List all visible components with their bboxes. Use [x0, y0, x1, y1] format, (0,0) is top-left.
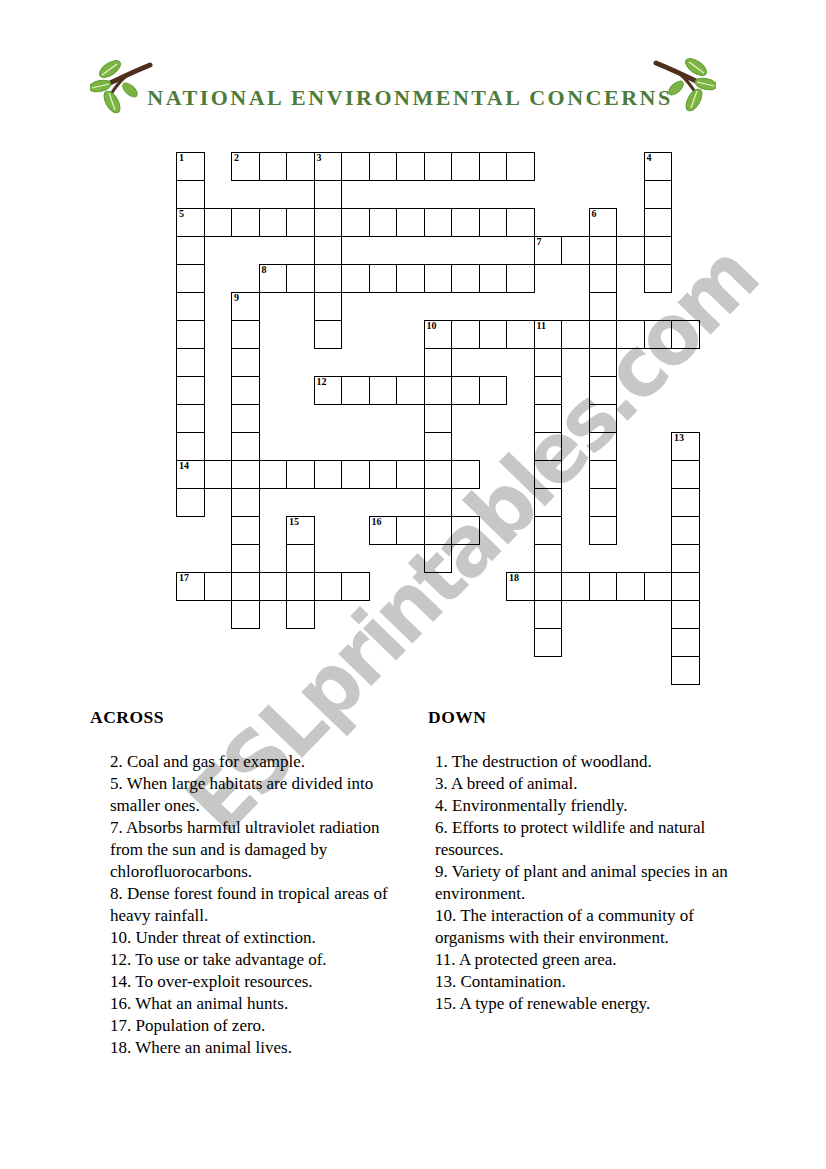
grid-cell[interactable]: 4 [644, 152, 673, 181]
clue-number: 13 [674, 432, 684, 443]
grid-cell[interactable] [589, 264, 618, 293]
clue-item: 3. A breed of animal. [435, 773, 758, 795]
grid-cell[interactable] [644, 320, 673, 349]
grid-cell[interactable] [424, 404, 453, 433]
grid-cell[interactable] [286, 544, 315, 573]
grid-cell[interactable]: 17 [176, 572, 205, 601]
grid-cell[interactable] [231, 572, 260, 601]
grid-cell[interactable]: 5 [176, 208, 205, 237]
clue-item: 10. The interaction of a community of or… [435, 905, 758, 949]
clue-number: 16 [372, 516, 382, 527]
page-title: NATIONAL ENVIRONMENTAL CONCERNS [100, 85, 720, 111]
clue-number: 4 [647, 152, 652, 163]
clue-number: 2 [234, 152, 239, 163]
grid-cell[interactable] [369, 208, 398, 237]
down-clues-section: DOWN 1. The destruction of woodland.3. A… [428, 706, 758, 1015]
grid-cell[interactable] [589, 348, 618, 377]
grid-cell[interactable]: 9 [231, 292, 260, 321]
grid-cell[interactable] [176, 264, 205, 293]
grid-cell[interactable] [396, 264, 425, 293]
grid-cell[interactable] [176, 432, 205, 461]
grid-cell[interactable] [589, 432, 618, 461]
crossword-grid: 123456789101112131415161718 [176, 152, 700, 686]
clue-number: 18 [509, 572, 519, 583]
grid-cell[interactable] [286, 600, 315, 629]
grid-cell[interactable] [671, 544, 700, 573]
grid-cell[interactable] [341, 572, 370, 601]
grid-cell[interactable] [259, 460, 288, 489]
grid-cell[interactable]: 8 [259, 264, 288, 293]
grid-cell[interactable] [424, 432, 453, 461]
grid-cell[interactable] [424, 460, 453, 489]
grid-cell[interactable] [231, 600, 260, 629]
clue-item: 10. Under threat of extinction. [110, 927, 416, 949]
grid-cell[interactable]: 10 [424, 320, 453, 349]
grid-cell[interactable] [176, 320, 205, 349]
grid-cell[interactable] [534, 572, 563, 601]
grid-cell[interactable] [424, 516, 453, 545]
grid-cell[interactable] [231, 460, 260, 489]
clue-number: 5 [179, 208, 184, 219]
grid-cell[interactable] [451, 460, 480, 489]
grid-cell[interactable] [479, 264, 508, 293]
across-clue-list: 2. Coal and gas for example.5. When larg… [90, 751, 416, 1059]
grid-cell[interactable] [534, 600, 563, 629]
clue-item: 13. Contamination. [435, 971, 758, 993]
grid-cell[interactable] [286, 264, 315, 293]
grid-cell[interactable] [534, 432, 563, 461]
grid-cell[interactable] [561, 320, 590, 349]
clue-number: 6 [592, 208, 597, 219]
clue-item: 8. Dense forest found in tropical areas … [110, 883, 416, 927]
grid-cell[interactable] [314, 292, 343, 321]
grid-cell[interactable]: 6 [589, 208, 618, 237]
grid-cell[interactable] [589, 236, 618, 265]
grid-cell[interactable] [644, 208, 673, 237]
grid-cell[interactable] [671, 488, 700, 517]
clue-number: 10 [427, 320, 437, 331]
branch-leaves-icon-right [652, 55, 716, 115]
grid-cell[interactable] [176, 488, 205, 517]
grid-cell[interactable] [644, 180, 673, 209]
grid-cell[interactable] [231, 432, 260, 461]
grid-cell[interactable] [479, 376, 508, 405]
grid-cell[interactable] [534, 348, 563, 377]
grid-cell[interactable] [506, 152, 535, 181]
grid-cell[interactable] [561, 236, 590, 265]
grid-cell[interactable] [176, 348, 205, 377]
grid-cell[interactable] [534, 376, 563, 405]
grid-cell[interactable]: 18 [506, 572, 535, 601]
clue-number: 15 [289, 516, 299, 527]
grid-cell[interactable] [341, 152, 370, 181]
clue-item: 12. To use or take advantage of. [110, 949, 416, 971]
grid-cell[interactable] [671, 628, 700, 657]
grid-cell[interactable]: 3 [314, 152, 343, 181]
grid-cell[interactable] [589, 488, 618, 517]
grid-cell[interactable] [589, 460, 618, 489]
clue-number: 12 [317, 376, 327, 387]
grid-cell[interactable] [204, 572, 233, 601]
grid-cell[interactable]: 12 [314, 376, 343, 405]
grid-cell[interactable] [644, 572, 673, 601]
grid-cell[interactable] [231, 488, 260, 517]
grid-cell[interactable] [506, 208, 535, 237]
grid-cell[interactable] [644, 236, 673, 265]
grid-cell[interactable] [424, 264, 453, 293]
grid-cell[interactable] [314, 208, 343, 237]
grid-cell[interactable]: 11 [534, 320, 563, 349]
grid-cell[interactable] [231, 208, 260, 237]
grid-cell[interactable] [176, 236, 205, 265]
clue-item: 4. Environmentally friendly. [435, 795, 758, 817]
grid-cell[interactable] [561, 572, 590, 601]
grid-cell[interactable] [424, 208, 453, 237]
clue-number: 7 [537, 236, 542, 247]
grid-cell[interactable] [314, 460, 343, 489]
grid-cell[interactable] [396, 460, 425, 489]
grid-cell[interactable] [671, 320, 700, 349]
clue-number: 9 [234, 292, 239, 303]
grid-cell[interactable] [534, 404, 563, 433]
grid-cell[interactable] [259, 152, 288, 181]
grid-cell[interactable] [369, 460, 398, 489]
grid-cell[interactable] [616, 236, 645, 265]
grid-cell[interactable] [451, 152, 480, 181]
grid-cell[interactable] [369, 152, 398, 181]
grid-cell[interactable] [671, 516, 700, 545]
grid-cell[interactable] [396, 516, 425, 545]
grid-cell[interactable] [231, 544, 260, 573]
grid-cell[interactable] [341, 376, 370, 405]
grid-cell[interactable] [644, 264, 673, 293]
grid-cell[interactable] [424, 152, 453, 181]
clue-item: 11. A protected green area. [435, 949, 758, 971]
grid-cell[interactable] [231, 516, 260, 545]
grid-cell[interactable]: 16 [369, 516, 398, 545]
grid-cell[interactable] [341, 460, 370, 489]
grid-cell[interactable]: 7 [534, 236, 563, 265]
grid-cell[interactable] [204, 460, 233, 489]
grid-cell[interactable] [176, 292, 205, 321]
grid-cell[interactable] [616, 320, 645, 349]
clue-item: 9. Variety of plant and animal species i… [435, 861, 758, 905]
clue-item: 17. Population of zero. [110, 1015, 416, 1037]
clue-item: 16. What an animal hunts. [110, 993, 416, 1015]
grid-cell[interactable] [534, 460, 563, 489]
clue-number: 17 [179, 572, 189, 583]
grid-cell[interactable]: 14 [176, 460, 205, 489]
grid-cell[interactable] [231, 320, 260, 349]
clue-item: 2. Coal and gas for example. [110, 751, 416, 773]
grid-cell[interactable] [589, 376, 618, 405]
grid-cell[interactable]: 2 [231, 152, 260, 181]
clue-number: 14 [179, 460, 189, 471]
grid-cell[interactable] [506, 320, 535, 349]
grid-cell[interactable] [231, 376, 260, 405]
grid-cell[interactable] [176, 404, 205, 433]
grid-cell[interactable] [259, 208, 288, 237]
clue-number: 8 [262, 264, 267, 275]
grid-cell[interactable] [341, 208, 370, 237]
grid-cell[interactable] [204, 208, 233, 237]
grid-cell[interactable] [671, 572, 700, 601]
grid-cell[interactable] [589, 292, 618, 321]
grid-cell[interactable] [589, 320, 618, 349]
grid-cell[interactable] [451, 264, 480, 293]
grid-cell[interactable]: 1 [176, 152, 205, 181]
grid-cell[interactable] [341, 264, 370, 293]
grid-cell[interactable] [506, 264, 535, 293]
grid-cell[interactable] [671, 600, 700, 629]
grid-cell[interactable] [451, 516, 480, 545]
grid-cell[interactable] [534, 544, 563, 573]
grid-cell[interactable] [286, 460, 315, 489]
clue-item: 6. Efforts to protect wildlife and natur… [435, 817, 758, 861]
grid-cell[interactable] [534, 516, 563, 545]
grid-cell[interactable]: 15 [286, 516, 315, 545]
grid-cell[interactable] [451, 376, 480, 405]
grid-cell[interactable] [231, 348, 260, 377]
worksheet-page: ESLprintables.com NATIONAL ENVIRONMENTAL… [0, 0, 826, 1169]
grid-cell[interactable] [451, 208, 480, 237]
clue-number: 1 [179, 152, 184, 163]
grid-cell[interactable] [424, 544, 453, 573]
grid-cell[interactable] [176, 180, 205, 209]
grid-cell[interactable] [589, 516, 618, 545]
grid-cell[interactable] [451, 320, 480, 349]
grid-cell[interactable]: 13 [671, 432, 700, 461]
clue-number: 3 [317, 152, 322, 163]
grid-cell[interactable] [479, 320, 508, 349]
down-heading: DOWN [428, 706, 758, 728]
grid-cell[interactable] [286, 572, 315, 601]
grid-cell[interactable] [286, 208, 315, 237]
grid-cell[interactable] [424, 348, 453, 377]
down-clue-list: 1. The destruction of woodland.3. A bree… [428, 751, 758, 1015]
grid-cell[interactable] [259, 572, 288, 601]
clue-item: 14. To over-exploit resources. [110, 971, 416, 993]
grid-cell[interactable] [286, 152, 315, 181]
grid-cell[interactable] [424, 376, 453, 405]
clue-item: 7. Absorbs harmful ultraviolet radiation… [110, 817, 416, 883]
grid-cell[interactable] [314, 236, 343, 265]
clue-item: 5. When large habitats are divided into … [110, 773, 416, 817]
grid-cell[interactable] [396, 376, 425, 405]
grid-cell[interactable] [396, 152, 425, 181]
grid-cell[interactable] [314, 180, 343, 209]
grid-cell[interactable] [479, 152, 508, 181]
grid-cell[interactable] [671, 656, 700, 685]
grid-cell[interactable] [589, 404, 618, 433]
clue-number: 11 [537, 320, 546, 331]
grid-cell[interactable] [314, 320, 343, 349]
grid-cell[interactable] [479, 208, 508, 237]
grid-cell[interactable] [589, 572, 618, 601]
grid-cell[interactable] [534, 488, 563, 517]
across-clues-section: ACROSS 2. Coal and gas for example.5. Wh… [90, 706, 416, 1059]
grid-cell[interactable] [369, 264, 398, 293]
grid-cell[interactable] [534, 628, 563, 657]
grid-cell[interactable] [314, 264, 343, 293]
grid-cell[interactable] [176, 376, 205, 405]
grid-cell[interactable] [314, 572, 343, 601]
clue-item: 18. Where an animal lives. [110, 1037, 416, 1059]
grid-cell[interactable] [424, 488, 453, 517]
grid-cell[interactable] [616, 572, 645, 601]
clue-item: 15. A type of renewable energy. [435, 993, 758, 1015]
grid-cell[interactable] [369, 376, 398, 405]
grid-cell[interactable] [231, 404, 260, 433]
clue-item: 1. The destruction of woodland. [435, 751, 758, 773]
grid-cell[interactable] [396, 208, 425, 237]
across-heading: ACROSS [90, 706, 416, 728]
grid-cell[interactable] [671, 460, 700, 489]
